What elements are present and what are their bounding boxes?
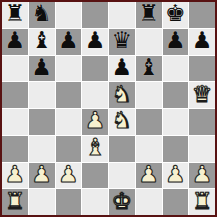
white-knight[interactable]: ♞	[112, 83, 133, 106]
square-h4[interactable]	[189, 109, 215, 135]
square-e3[interactable]	[109, 136, 135, 162]
square-a8[interactable]: ♜	[2, 2, 28, 28]
square-g5[interactable]	[163, 82, 189, 108]
square-a1[interactable]: ♜	[2, 189, 28, 215]
square-h5[interactable]: ♛	[189, 82, 215, 108]
square-c1[interactable]	[56, 189, 82, 215]
white-king[interactable]: ♚	[112, 190, 133, 213]
white-bishop[interactable]: ♝	[85, 136, 106, 159]
square-d5[interactable]	[82, 82, 108, 108]
black-rook[interactable]: ♜	[138, 2, 159, 25]
square-f2[interactable]: ♟	[136, 163, 162, 189]
chess-board: ♜♞♜♚♟♝♟♟♛♟♟♟♟♝♞♛♟♞♝♟♟♟♟♟♟♜♚♜	[2, 2, 215, 215]
chess-diagram: ♜♞♜♚♟♝♟♟♛♟♟♟♟♝♞♛♟♞♝♟♟♟♟♟♟♜♚♜	[0, 0, 217, 217]
square-c4[interactable]	[56, 109, 82, 135]
square-d7[interactable]: ♟	[82, 29, 108, 55]
square-b3[interactable]	[29, 136, 55, 162]
square-b4[interactable]	[29, 109, 55, 135]
square-c2[interactable]: ♟	[56, 163, 82, 189]
black-pawn[interactable]: ♟	[31, 56, 52, 79]
square-d4[interactable]: ♟	[82, 109, 108, 135]
square-d2[interactable]	[82, 163, 108, 189]
square-e6[interactable]: ♟	[109, 56, 135, 82]
square-b7[interactable]: ♝	[29, 29, 55, 55]
square-d6[interactable]	[82, 56, 108, 82]
square-g4[interactable]	[163, 109, 189, 135]
white-pawn[interactable]: ♟	[31, 163, 52, 186]
square-f1[interactable]	[136, 189, 162, 215]
square-a7[interactable]: ♟	[2, 29, 28, 55]
white-pawn[interactable]: ♟	[138, 163, 159, 186]
square-e5[interactable]: ♞	[109, 82, 135, 108]
black-king[interactable]: ♚	[165, 2, 186, 25]
black-pawn[interactable]: ♟	[58, 29, 79, 52]
square-f6[interactable]: ♝	[136, 56, 162, 82]
square-c5[interactable]	[56, 82, 82, 108]
black-pawn[interactable]: ♟	[85, 29, 106, 52]
black-pawn[interactable]: ♟	[165, 29, 186, 52]
black-knight[interactable]: ♞	[31, 2, 52, 25]
square-e7[interactable]: ♛	[109, 29, 135, 55]
square-d8[interactable]	[82, 2, 108, 28]
square-e1[interactable]: ♚	[109, 189, 135, 215]
white-knight[interactable]: ♞	[112, 109, 133, 132]
square-h7[interactable]: ♟	[189, 29, 215, 55]
black-queen[interactable]: ♛	[112, 29, 133, 52]
square-f8[interactable]: ♜	[136, 2, 162, 28]
square-e2[interactable]	[109, 163, 135, 189]
square-f7[interactable]	[136, 29, 162, 55]
board-border: ♜♞♜♚♟♝♟♟♛♟♟♟♟♝♞♛♟♞♝♟♟♟♟♟♟♜♚♜	[0, 0, 217, 217]
square-h2[interactable]: ♟	[189, 163, 215, 189]
black-pawn[interactable]: ♟	[192, 29, 213, 52]
square-c8[interactable]	[56, 2, 82, 28]
square-h8[interactable]	[189, 2, 215, 28]
white-pawn[interactable]: ♟	[165, 163, 186, 186]
square-c7[interactable]: ♟	[56, 29, 82, 55]
square-e8[interactable]	[109, 2, 135, 28]
square-b6[interactable]: ♟	[29, 56, 55, 82]
square-b2[interactable]: ♟	[29, 163, 55, 189]
black-rook[interactable]: ♜	[5, 2, 26, 25]
square-f5[interactable]	[136, 82, 162, 108]
square-h1[interactable]: ♜	[189, 189, 215, 215]
square-f4[interactable]	[136, 109, 162, 135]
black-pawn[interactable]: ♟	[5, 29, 26, 52]
square-g7[interactable]: ♟	[163, 29, 189, 55]
white-pawn[interactable]: ♟	[5, 163, 26, 186]
square-c3[interactable]	[56, 136, 82, 162]
square-b1[interactable]	[29, 189, 55, 215]
square-f3[interactable]	[136, 136, 162, 162]
square-a3[interactable]	[2, 136, 28, 162]
square-b5[interactable]	[29, 82, 55, 108]
square-a2[interactable]: ♟	[2, 163, 28, 189]
square-b8[interactable]: ♞	[29, 2, 55, 28]
white-rook[interactable]: ♜	[192, 190, 213, 213]
square-h6[interactable]	[189, 56, 215, 82]
white-queen[interactable]: ♛	[192, 83, 213, 106]
square-c6[interactable]	[56, 56, 82, 82]
square-g1[interactable]	[163, 189, 189, 215]
white-pawn[interactable]: ♟	[58, 163, 79, 186]
square-a4[interactable]	[2, 109, 28, 135]
black-bishop[interactable]: ♝	[138, 56, 159, 79]
black-bishop[interactable]: ♝	[31, 29, 52, 52]
square-g8[interactable]: ♚	[163, 2, 189, 28]
white-pawn[interactable]: ♟	[85, 109, 106, 132]
square-e4[interactable]: ♞	[109, 109, 135, 135]
square-g6[interactable]	[163, 56, 189, 82]
square-d1[interactable]	[82, 189, 108, 215]
white-rook[interactable]: ♜	[5, 190, 26, 213]
white-pawn[interactable]: ♟	[192, 163, 213, 186]
square-h3[interactable]	[189, 136, 215, 162]
square-a5[interactable]	[2, 82, 28, 108]
square-g2[interactable]: ♟	[163, 163, 189, 189]
square-g3[interactable]	[163, 136, 189, 162]
square-d3[interactable]: ♝	[82, 136, 108, 162]
square-a6[interactable]	[2, 56, 28, 82]
black-pawn[interactable]: ♟	[112, 56, 133, 79]
